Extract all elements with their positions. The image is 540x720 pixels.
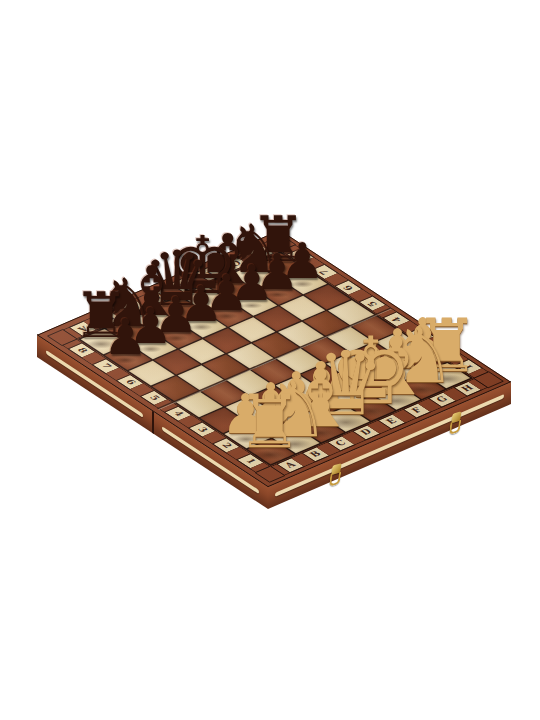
product-photo-chess-set: ABCDEFGH ABCDEFGH 87654321 87654321 ♜♞♝♛… bbox=[0, 0, 540, 720]
pieces-layer: ♜♞♝♛♚♝♞♜♟♟♟♟♟♟♟♟♟♟♟♟♟♟♟♟♜♞♝♛♚♝♞♜ bbox=[0, 0, 540, 720]
piece-dark-pawn-a7: ♟ bbox=[103, 313, 147, 362]
piece-light-rook-a1: ♜ bbox=[237, 387, 302, 460]
